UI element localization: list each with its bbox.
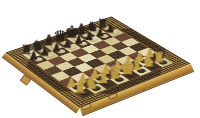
- board-grid: ♜♟♟♜♞♟♟♞♝♟♟♝♚♟♟♚♛♟♟♛♝♟♟♝♞♟♟♞♜♟♟♜: [21, 23, 175, 99]
- board-frame: ♜♟♟♜♞♟♟♞♝♟♟♝♚♟♟♚♛♟♟♛♝♟♟♝♞♟♟♞♜♟♟♜: [6, 17, 190, 108]
- black-pawn: ♟: [50, 42, 63, 53]
- black-pawn: ♟: [27, 50, 41, 61]
- chess-set-photo: ♜♟♟♜♞♟♟♞♝♟♟♝♚♟♟♚♛♟♟♛♝♟♟♝♞♟♟♞♜♟♟♜: [0, 0, 200, 118]
- chess-board: ♜♟♟♜♞♟♟♞♝♟♟♝♚♟♟♚♛♟♟♛♝♟♟♝♞♟♟♞♜♟♟♜: [6, 17, 190, 108]
- board-perspective-wrapper: ♜♟♟♜♞♟♟♞♝♟♟♝♚♟♟♚♛♟♟♛♝♟♟♝♞♟♟♞♜♟♟♜: [0, 0, 200, 118]
- gold-rook: ♜: [72, 81, 87, 95]
